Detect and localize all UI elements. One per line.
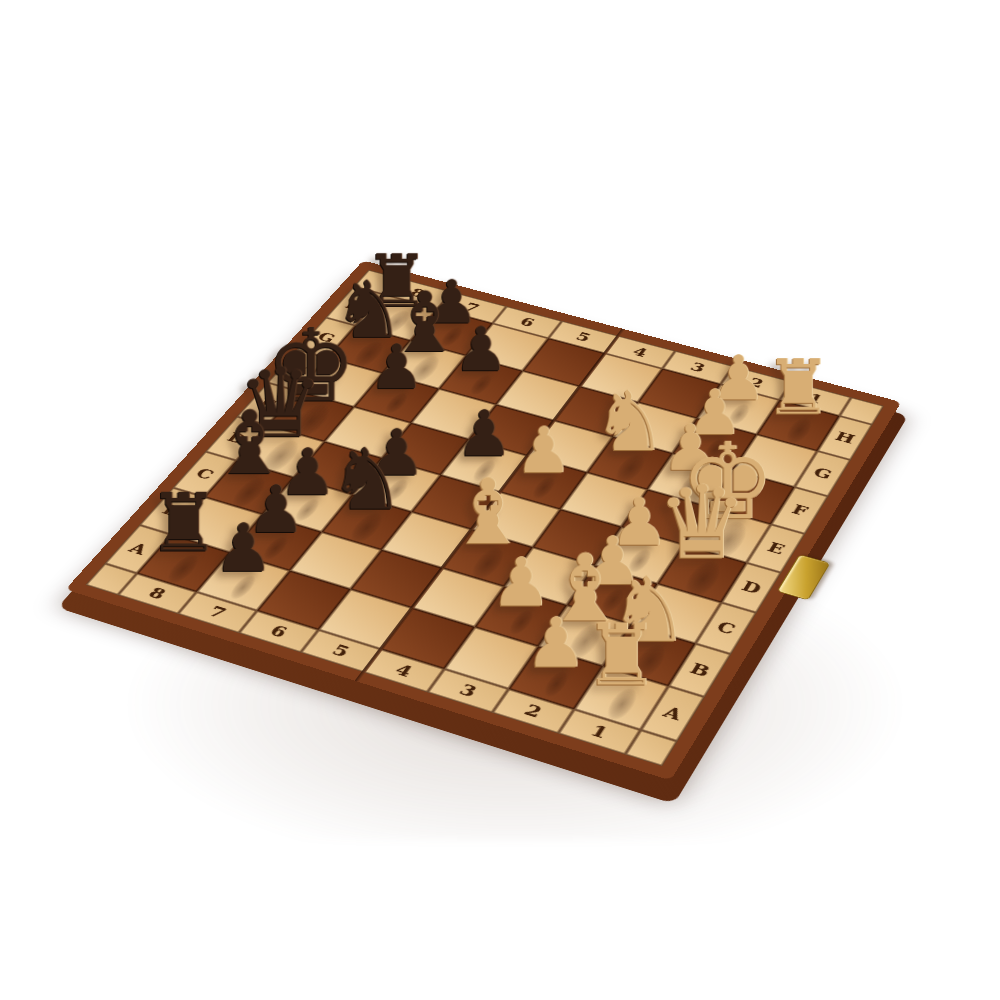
rank-label-text: 7 [444, 288, 500, 327]
rank-label-text: 3 [670, 347, 725, 388]
product-photo: ABCDEFGH8877665544332211ABCDEFGH ♜♝♛♚♞♜♟… [0, 0, 1000, 1000]
rank-label-text: 1 [788, 378, 843, 421]
rank-label-text: 8 [389, 274, 445, 313]
rank-label-right-2: 2 [721, 366, 792, 400]
rank-label-text: 6 [499, 302, 555, 342]
rank-label-text: 5 [555, 317, 611, 357]
rank-label-text: 4 [612, 332, 667, 373]
file-label-text: G [786, 455, 860, 492]
rank-label-right-1: 1 [780, 382, 852, 416]
white-rook-icon: ♜ [556, 613, 687, 698]
rank-label-text: 2 [729, 362, 784, 404]
file-label-text: H [809, 420, 882, 456]
black-pawn-icon: ♟ [181, 515, 306, 581]
